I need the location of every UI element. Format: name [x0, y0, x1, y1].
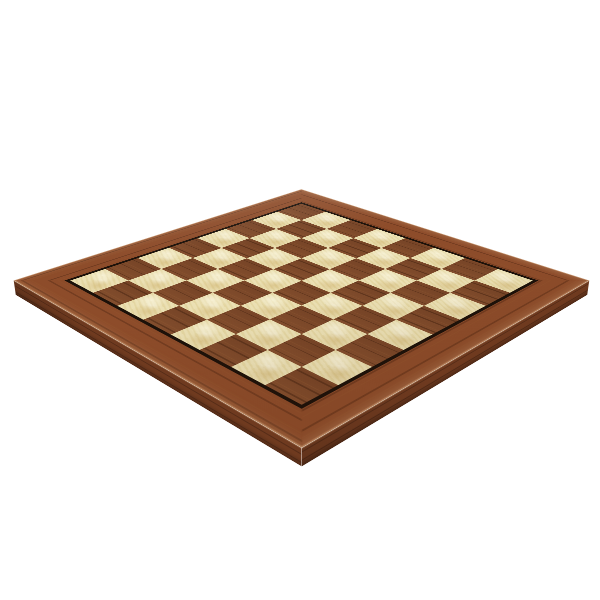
square-e3[interactable]: [212, 280, 272, 305]
square-a2[interactable]: [301, 350, 371, 385]
square-b5[interactable]: [362, 292, 423, 319]
square-f2[interactable]: [152, 280, 212, 305]
square-b1[interactable]: [231, 350, 301, 385]
square-e1[interactable]: [142, 305, 205, 334]
square-d2[interactable]: [206, 305, 269, 334]
square-e2[interactable]: [178, 292, 239, 319]
board-top-face: [13, 189, 589, 447]
square-a6[interactable]: [424, 292, 485, 319]
square-b2[interactable]: [267, 334, 335, 367]
square-d3[interactable]: [240, 292, 301, 319]
frame-side-near-left: [13, 269, 339, 447]
square-c4[interactable]: [301, 292, 362, 319]
square-b3[interactable]: [301, 319, 367, 350]
square-a7[interactable]: [450, 280, 510, 305]
square-c3[interactable]: [269, 305, 332, 334]
square-f1[interactable]: [117, 292, 178, 319]
square-c2[interactable]: [235, 319, 301, 350]
square-c5[interactable]: [331, 280, 391, 305]
square-a5[interactable]: [396, 305, 459, 334]
frame-side-near-right: [262, 269, 588, 447]
square-c1[interactable]: [199, 334, 267, 367]
playing-field: [70, 203, 532, 404]
chessboard: [13, 189, 589, 447]
square-a3[interactable]: [335, 334, 403, 367]
scene: [0, 0, 600, 600]
square-d4[interactable]: [271, 280, 331, 305]
square-b6[interactable]: [390, 280, 450, 305]
square-a4[interactable]: [367, 319, 433, 350]
square-a1[interactable]: [265, 366, 338, 404]
square-d1[interactable]: [170, 319, 236, 350]
square-g1[interactable]: [93, 280, 153, 305]
square-b4[interactable]: [333, 305, 396, 334]
